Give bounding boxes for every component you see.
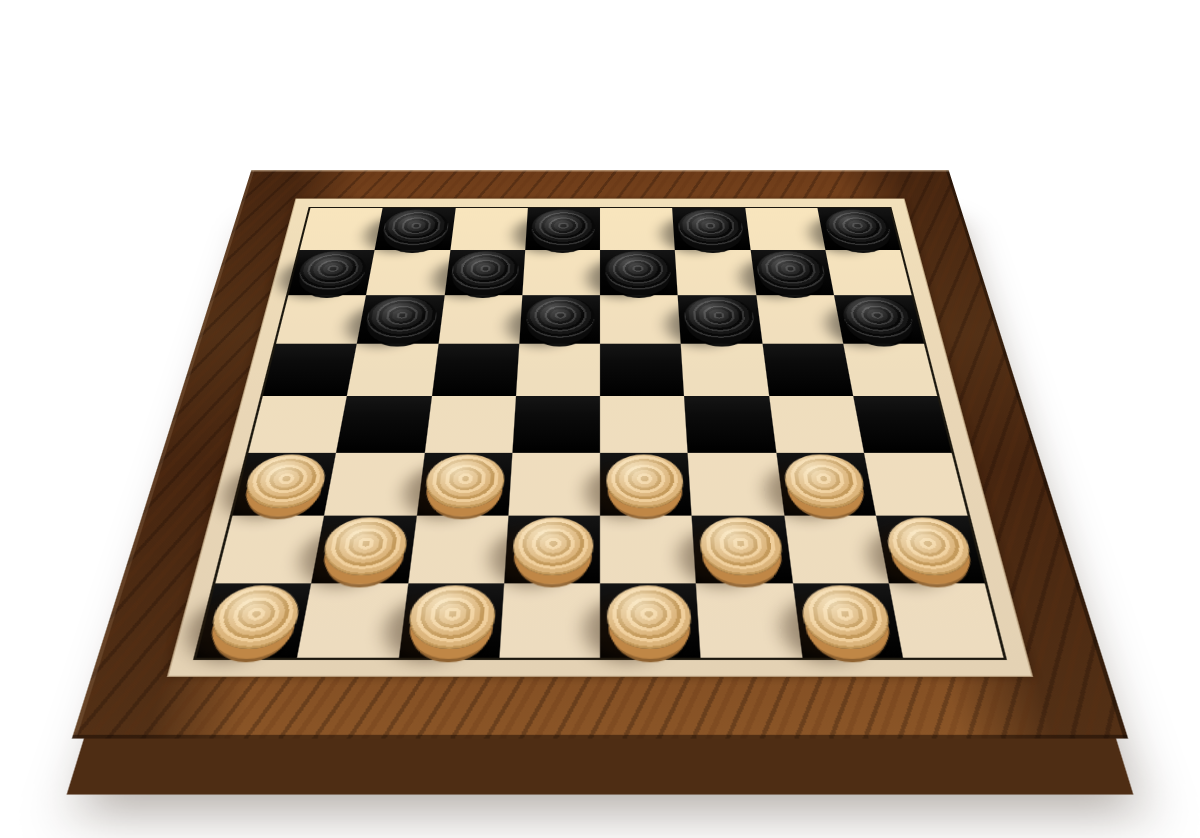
square-a3[interactable] — [233, 453, 337, 515]
maple-border-strip — [167, 198, 1033, 676]
black-checker-f8[interactable] — [678, 209, 745, 245]
square-e7[interactable] — [600, 250, 678, 295]
square-h6[interactable] — [834, 295, 924, 344]
square-g3[interactable] — [776, 453, 876, 515]
square-e1[interactable] — [600, 583, 701, 658]
square-f3[interactable] — [688, 453, 784, 515]
square-b6[interactable] — [357, 295, 444, 344]
square-g4[interactable] — [769, 396, 864, 453]
black-checker-h8[interactable] — [822, 209, 893, 245]
black-checker-b8[interactable] — [381, 209, 450, 245]
square-a5[interactable] — [263, 343, 357, 396]
wood-checker-a1[interactable] — [206, 585, 305, 649]
square-h7[interactable] — [825, 250, 911, 295]
square-h3[interactable] — [864, 453, 968, 515]
wood-checker-g3[interactable] — [782, 455, 868, 508]
square-h2[interactable] — [876, 515, 985, 583]
square-c8[interactable] — [450, 208, 528, 250]
square-f1[interactable] — [696, 583, 802, 658]
square-e5[interactable] — [600, 343, 684, 396]
square-c2[interactable] — [408, 515, 508, 583]
square-f6[interactable] — [678, 295, 762, 344]
square-g6[interactable] — [756, 295, 843, 344]
square-g5[interactable] — [762, 343, 853, 396]
square-b1[interactable] — [297, 583, 407, 658]
square-d2[interactable] — [504, 515, 600, 583]
square-b8[interactable] — [375, 208, 455, 250]
checkers-grid — [193, 207, 1007, 660]
square-f8[interactable] — [672, 208, 750, 250]
checkers-board-frame — [72, 170, 1128, 739]
square-b5[interactable] — [347, 343, 438, 396]
square-d1[interactable] — [499, 583, 600, 658]
black-checker-f6[interactable] — [683, 296, 755, 338]
square-h8[interactable] — [817, 208, 900, 250]
black-checker-g7[interactable] — [756, 251, 828, 290]
wood-checker-a3[interactable] — [241, 455, 330, 508]
square-c6[interactable] — [438, 295, 522, 344]
square-d5[interactable] — [516, 343, 600, 396]
square-e8[interactable] — [600, 208, 675, 250]
square-c3[interactable] — [416, 453, 512, 515]
wood-checker-d2[interactable] — [511, 517, 594, 575]
square-g7[interactable] — [750, 250, 834, 295]
square-a2[interactable] — [215, 515, 324, 583]
square-f2[interactable] — [692, 515, 792, 583]
square-a8[interactable] — [300, 208, 383, 250]
square-e4[interactable] — [600, 396, 688, 453]
wood-checker-g1[interactable] — [799, 585, 894, 649]
wood-checker-f2[interactable] — [698, 517, 784, 575]
square-g8[interactable] — [745, 208, 825, 250]
square-d7[interactable] — [522, 250, 600, 295]
square-f7[interactable] — [675, 250, 756, 295]
square-c4[interactable] — [424, 396, 516, 453]
square-d6[interactable] — [519, 295, 600, 344]
square-h1[interactable] — [888, 583, 1003, 658]
square-d8[interactable] — [525, 208, 600, 250]
square-h5[interactable] — [843, 343, 937, 396]
perspective-wrapper — [180, 46, 1020, 746]
square-a4[interactable] — [248, 396, 347, 453]
black-checker-d6[interactable] — [525, 296, 595, 338]
photo-background — [0, 0, 1200, 838]
square-g1[interactable] — [792, 583, 902, 658]
black-checker-h6[interactable] — [839, 296, 916, 338]
black-checker-c7[interactable] — [450, 251, 519, 290]
square-a7[interactable] — [288, 250, 374, 295]
wood-checker-c3[interactable] — [424, 455, 506, 508]
black-checker-d8[interactable] — [530, 209, 594, 245]
square-g2[interactable] — [784, 515, 889, 583]
square-e3[interactable] — [600, 453, 692, 515]
square-b7[interactable] — [366, 250, 450, 295]
square-f5[interactable] — [681, 343, 769, 396]
square-b3[interactable] — [324, 453, 424, 515]
square-c1[interactable] — [398, 583, 504, 658]
wood-checker-c1[interactable] — [406, 585, 497, 649]
square-d3[interactable] — [508, 453, 600, 515]
square-c7[interactable] — [444, 250, 525, 295]
square-b4[interactable] — [336, 396, 431, 453]
square-a6[interactable] — [276, 295, 366, 344]
board-scene — [0, 0, 1200, 838]
wood-checker-b2[interactable] — [320, 517, 410, 575]
square-c5[interactable] — [431, 343, 519, 396]
wood-checker-e1[interactable] — [607, 585, 694, 649]
square-h4[interactable] — [853, 396, 952, 453]
black-checker-e7[interactable] — [605, 251, 672, 290]
square-b2[interactable] — [312, 515, 417, 583]
black-checker-b6[interactable] — [364, 296, 439, 338]
square-a1[interactable] — [196, 583, 311, 658]
black-checker-a7[interactable] — [295, 251, 369, 290]
square-e2[interactable] — [600, 515, 696, 583]
square-e6[interactable] — [600, 295, 681, 344]
wood-checker-e3[interactable] — [606, 455, 685, 508]
square-f4[interactable] — [684, 396, 776, 453]
square-d4[interactable] — [512, 396, 600, 453]
wood-checker-h2[interactable] — [882, 517, 976, 575]
